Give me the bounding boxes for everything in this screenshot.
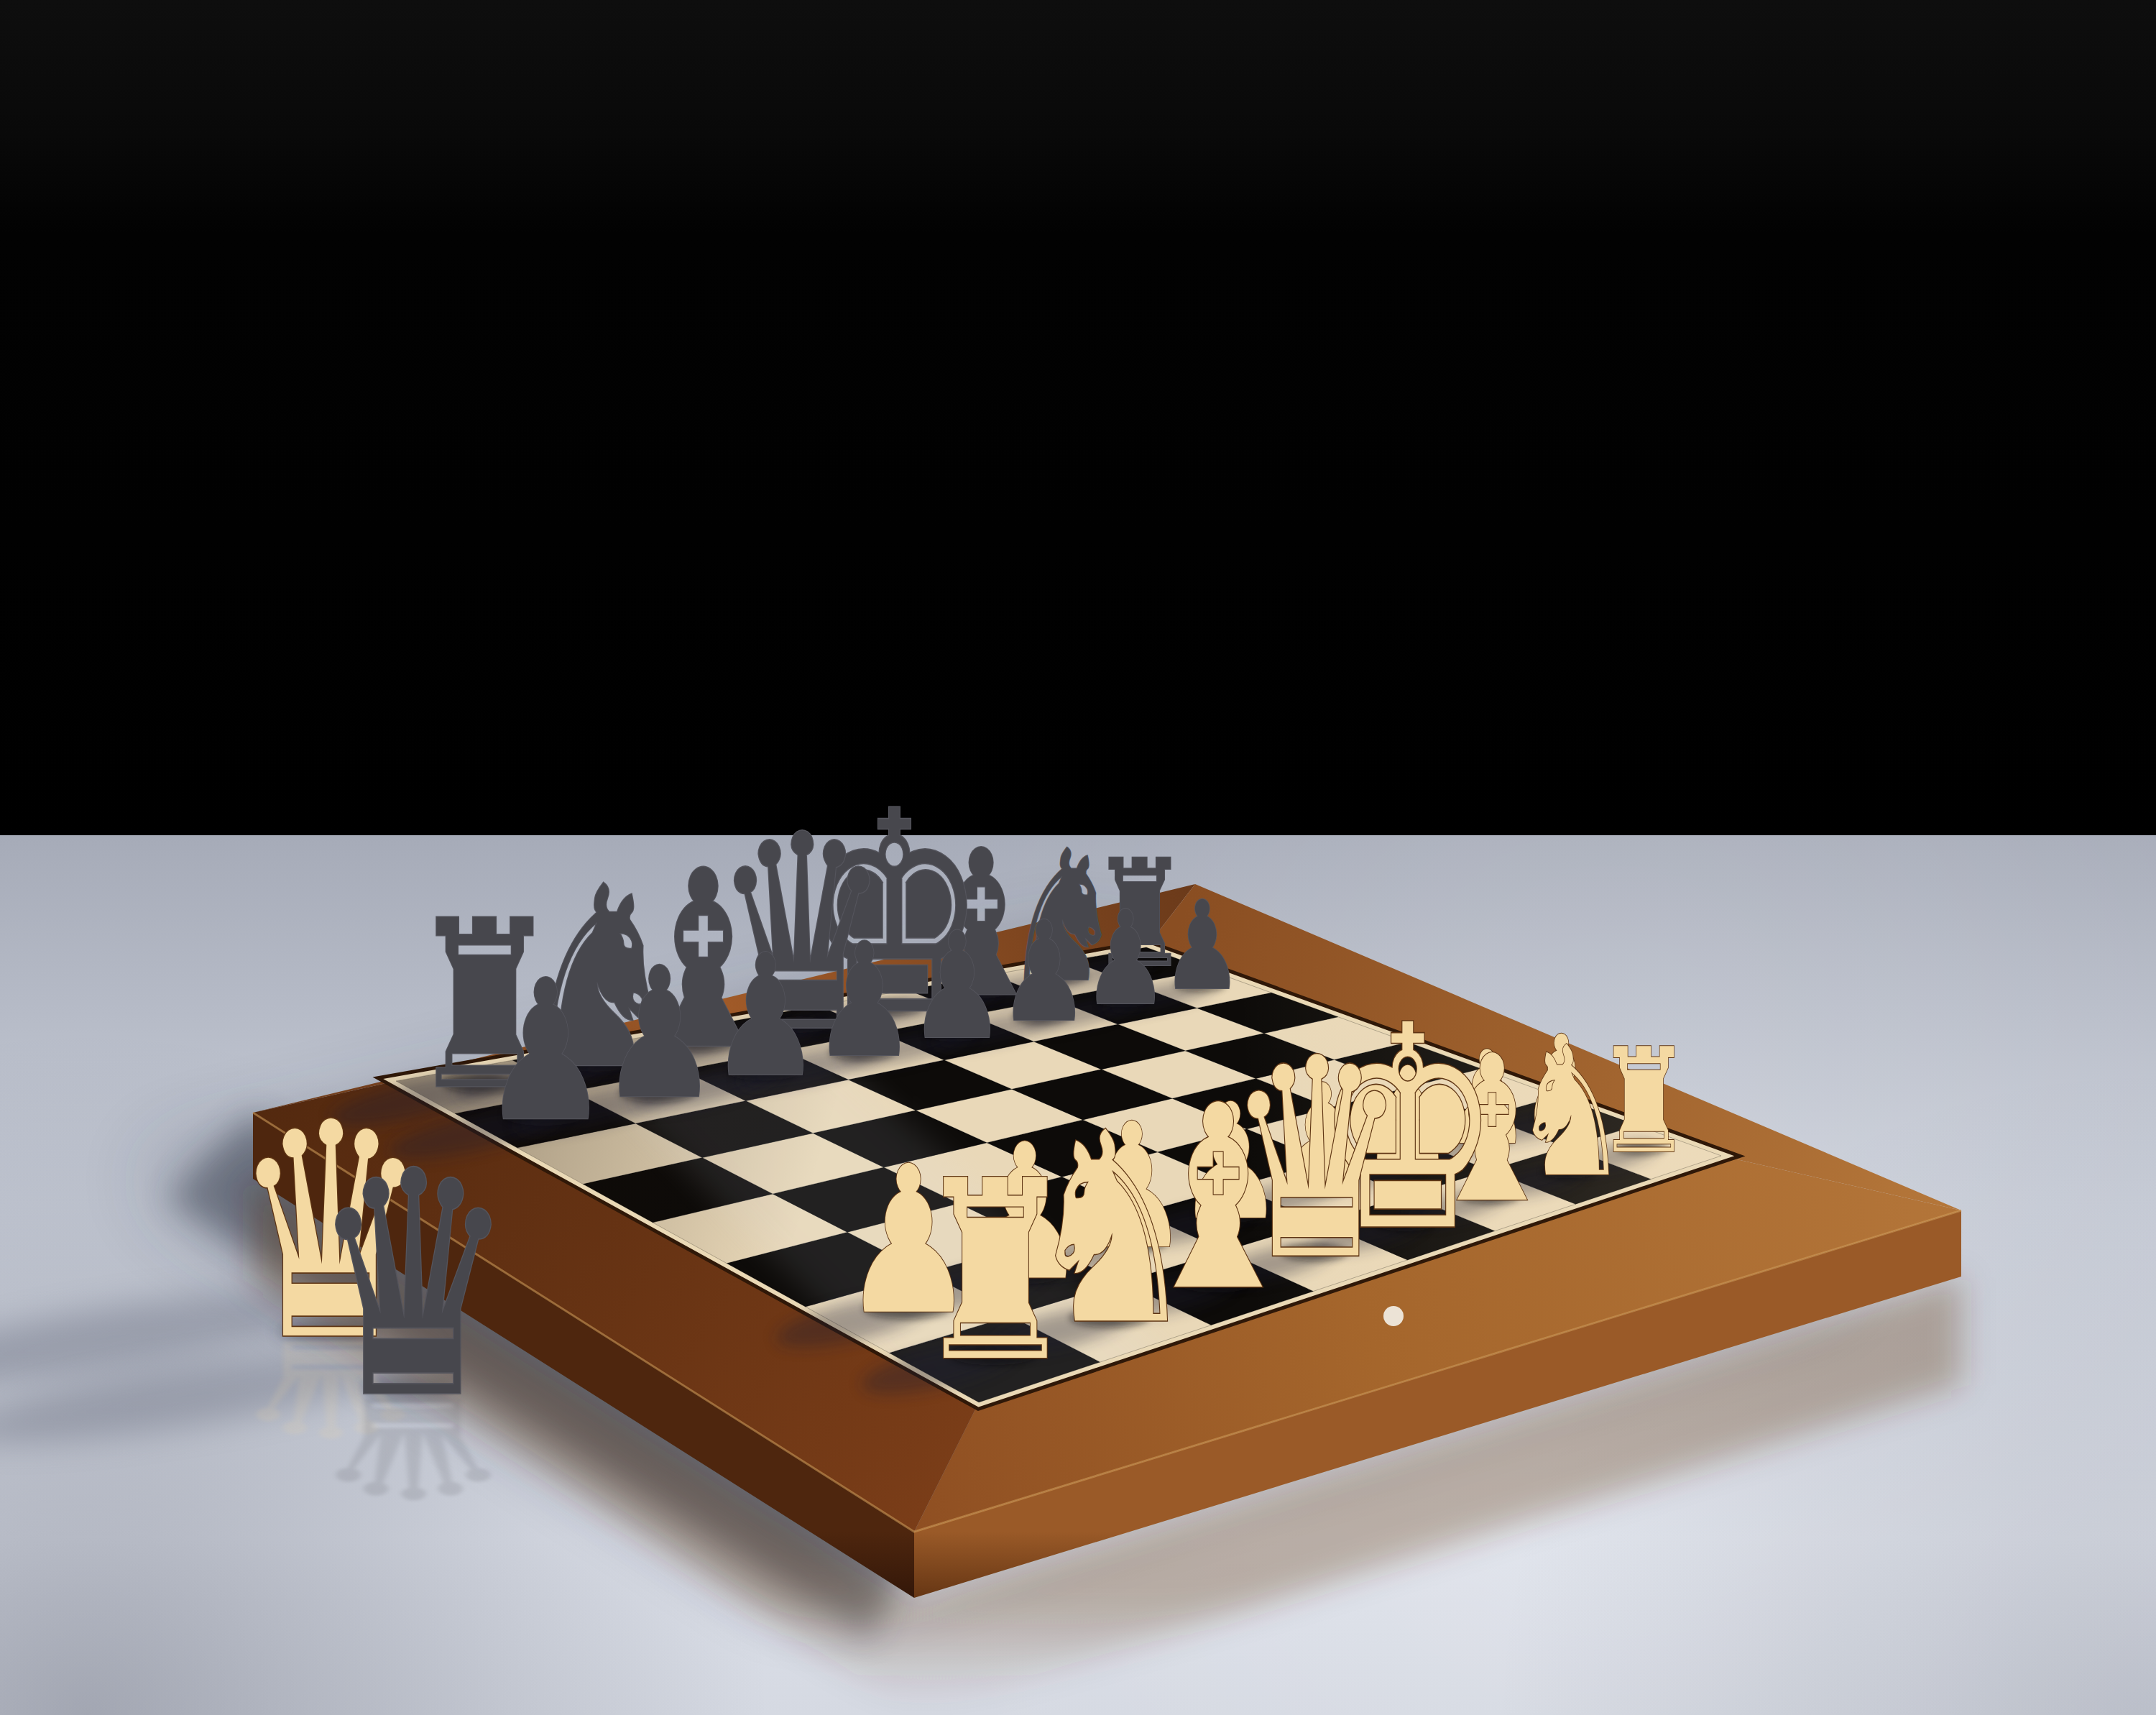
spare-black-queen[interactable]: ♛	[310, 1105, 516, 1466]
backdrop-wall	[0, 0, 2156, 835]
chess-scene: ♛♛ ♜♞♟♝♟♚♟♛♟♝♟♞♟♜♟♟♟♟♜♟♞♟♝♟♚♟♛♟♝♟♞♛♜♛	[0, 0, 2156, 1715]
piece-black-pawn-f7[interactable]: ♟	[998, 891, 1090, 1052]
piece-white-rook-a1[interactable]: ♜	[913, 1128, 1078, 1415]
piece-black-pawn-g7[interactable]: ♟	[1082, 883, 1169, 1034]
piece-black-pawn-e7[interactable]: ♟	[908, 901, 1006, 1072]
piece-black-pawn-h7[interactable]: ♟	[1162, 875, 1243, 1017]
piece-black-pawn-c7[interactable]: ♟	[710, 919, 821, 1115]
piece-black-pawn-d7[interactable]: ♟	[812, 909, 916, 1093]
photo-stage: ♛♛ ♜♞♟♝♟♚♟♛♟♝♟♞♟♜♟♟♟♟♜♟♞♟♝♟♚♟♛♟♝♟♞♛♜♛	[0, 0, 2156, 1715]
piece-black-pawn-b7[interactable]: ♟	[599, 929, 719, 1139]
